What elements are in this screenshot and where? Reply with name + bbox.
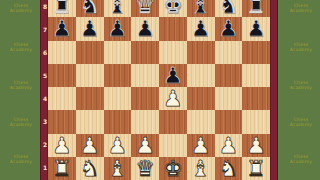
square-h7[interactable]: ♟: [242, 17, 270, 40]
chess-board: ♜♞♝♛♚♝♞♜♟♟♟♟♟♟♟♟♟♟♟♟♟♟♟♟♜♞♝♛♚♝♞♜: [48, 0, 270, 180]
black-king[interactable]: ♚: [163, 0, 183, 17]
square-f1[interactable]: ♝: [187, 157, 215, 180]
black-pawn[interactable]: ♟: [52, 17, 72, 40]
white-pawn[interactable]: ♟: [163, 87, 183, 110]
square-e4[interactable]: ♟: [159, 87, 187, 110]
black-pawn[interactable]: ♟: [219, 17, 239, 40]
black-rook[interactable]: ♜: [246, 0, 266, 17]
square-g7[interactable]: ♟: [215, 17, 243, 40]
square-a3[interactable]: [48, 110, 76, 133]
square-c3[interactable]: [104, 110, 132, 133]
black-pawn[interactable]: ♟: [246, 17, 266, 40]
square-b4[interactable]: [76, 87, 104, 110]
square-c7[interactable]: ♟: [104, 17, 132, 40]
square-b1[interactable]: ♞: [76, 157, 104, 180]
watermark-text: ChessAcademy: [0, 117, 43, 127]
black-pawn[interactable]: ♟: [108, 17, 128, 40]
square-e1[interactable]: ♚: [159, 157, 187, 180]
black-bishop[interactable]: ♝: [191, 0, 211, 17]
white-pawn[interactable]: ♟: [135, 134, 155, 157]
square-h2[interactable]: ♟: [242, 134, 270, 157]
black-pawn[interactable]: ♟: [163, 64, 183, 87]
square-h1[interactable]: ♜: [242, 157, 270, 180]
square-b5[interactable]: [76, 64, 104, 87]
watermark-text: ChessAcademy: [0, 80, 43, 90]
square-d2[interactable]: ♟: [131, 134, 159, 157]
watermark-line2: Academy: [0, 122, 43, 127]
white-pawn[interactable]: ♟: [191, 134, 211, 157]
watermark-text: ChessAcademy: [0, 42, 43, 52]
square-e8[interactable]: ♚: [159, 0, 187, 17]
white-pawn[interactable]: ♟: [219, 134, 239, 157]
square-c1[interactable]: ♝: [104, 157, 132, 180]
square-g5[interactable]: [215, 64, 243, 87]
square-b7[interactable]: ♟: [76, 17, 104, 40]
square-d8[interactable]: ♛: [131, 0, 159, 17]
white-bishop[interactable]: ♝: [191, 157, 211, 180]
square-e3[interactable]: [159, 110, 187, 133]
square-f3[interactable]: [187, 110, 215, 133]
white-knight[interactable]: ♞: [219, 157, 239, 180]
square-h5[interactable]: [242, 64, 270, 87]
white-pawn[interactable]: ♟: [52, 134, 72, 157]
square-a7[interactable]: ♟: [48, 17, 76, 40]
white-pawn[interactable]: ♟: [108, 134, 128, 157]
square-d5[interactable]: [131, 64, 159, 87]
square-e5[interactable]: ♟: [159, 64, 187, 87]
black-knight[interactable]: ♞: [219, 0, 239, 17]
square-c4[interactable]: [104, 87, 132, 110]
watermark-line2: Academy: [0, 159, 43, 164]
square-g6[interactable]: [215, 41, 243, 64]
square-e7[interactable]: [159, 17, 187, 40]
watermark-line2: Academy: [279, 47, 320, 52]
black-pawn[interactable]: ♟: [135, 17, 155, 40]
black-pawn[interactable]: ♟: [191, 17, 211, 40]
white-pawn[interactable]: ♟: [246, 134, 266, 157]
square-g2[interactable]: ♟: [215, 134, 243, 157]
square-f7[interactable]: ♟: [187, 17, 215, 40]
square-d3[interactable]: [131, 110, 159, 133]
square-d7[interactable]: ♟: [131, 17, 159, 40]
square-h6[interactable]: [242, 41, 270, 64]
square-f2[interactable]: ♟: [187, 134, 215, 157]
square-g1[interactable]: ♞: [215, 157, 243, 180]
watermark-text: ChessAcademy: [0, 154, 43, 164]
square-c6[interactable]: [104, 41, 132, 64]
black-pawn[interactable]: ♟: [80, 17, 100, 40]
square-g8[interactable]: ♞: [215, 0, 243, 17]
black-bishop[interactable]: ♝: [108, 0, 128, 17]
square-e6[interactable]: [159, 41, 187, 64]
white-pawn[interactable]: ♟: [80, 134, 100, 157]
square-g4[interactable]: [215, 87, 243, 110]
square-h3[interactable]: [242, 110, 270, 133]
white-rook[interactable]: ♜: [246, 157, 266, 180]
watermark-line2: Academy: [0, 47, 43, 52]
watermark-text: ChessAcademy: [279, 3, 320, 13]
square-c2[interactable]: ♟: [104, 134, 132, 157]
square-h4[interactable]: [242, 87, 270, 110]
square-c8[interactable]: ♝: [104, 0, 132, 17]
square-a1[interactable]: ♜: [48, 157, 76, 180]
white-bishop[interactable]: ♝: [108, 157, 128, 180]
watermark-text: ChessAcademy: [279, 117, 320, 127]
board-frame-left: 87654321: [40, 0, 48, 180]
watermark-line2: Academy: [279, 85, 320, 90]
watermark-line2: Academy: [279, 122, 320, 127]
board-frame-right: [270, 0, 278, 180]
square-d4[interactable]: [131, 87, 159, 110]
square-b8[interactable]: ♞: [76, 0, 104, 17]
black-rook[interactable]: ♜: [52, 0, 72, 17]
square-a6[interactable]: [48, 41, 76, 64]
watermark-text: ChessAcademy: [0, 3, 43, 13]
square-c5[interactable]: [104, 64, 132, 87]
watermark-line2: Academy: [279, 8, 320, 13]
watermark-text: ChessAcademy: [279, 154, 320, 164]
square-f5[interactable]: [187, 64, 215, 87]
black-knight[interactable]: ♞: [80, 0, 100, 17]
square-b3[interactable]: [76, 110, 104, 133]
square-a8[interactable]: ♜: [48, 0, 76, 17]
watermark-line2: Academy: [0, 8, 43, 13]
square-h8[interactable]: ♜: [242, 0, 270, 17]
chess-academy-screen: ChessAcademyChessAcademyChessAcademyChes…: [0, 0, 320, 180]
square-b6[interactable]: [76, 41, 104, 64]
watermark-line2: Academy: [0, 85, 43, 90]
square-g3[interactable]: [215, 110, 243, 133]
square-f8[interactable]: ♝: [187, 0, 215, 17]
square-d1[interactable]: ♛: [131, 157, 159, 180]
square-a4[interactable]: [48, 87, 76, 110]
white-queen[interactable]: ♛: [135, 157, 155, 180]
square-d6[interactable]: [131, 41, 159, 64]
square-e2[interactable]: [159, 134, 187, 157]
square-f4[interactable]: [187, 87, 215, 110]
watermark-text: ChessAcademy: [279, 42, 320, 52]
watermark-text: ChessAcademy: [279, 80, 320, 90]
white-king[interactable]: ♚: [163, 157, 183, 180]
square-a5[interactable]: [48, 64, 76, 87]
square-a2[interactable]: ♟: [48, 134, 76, 157]
black-queen[interactable]: ♛: [135, 0, 155, 17]
square-b2[interactable]: ♟: [76, 134, 104, 157]
square-f6[interactable]: [187, 41, 215, 64]
white-rook[interactable]: ♜: [52, 157, 72, 180]
white-knight[interactable]: ♞: [80, 157, 100, 180]
watermark-line2: Academy: [279, 159, 320, 164]
